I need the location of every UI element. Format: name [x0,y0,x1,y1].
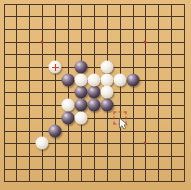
black-stone [74,99,87,112]
gomoku-board[interactable] [0,0,191,190]
grid-line-horizontal [4,42,186,43]
black-stone [74,61,87,74]
grid-line-horizontal [4,143,186,144]
selection-box [113,111,126,124]
grid-line-horizontal [4,67,186,68]
white-stone [87,73,100,86]
grid-line-vertical [133,4,134,183]
star-point [144,40,147,43]
white-stone [113,73,126,86]
grid-line-horizontal [4,169,186,170]
white-stone [100,73,113,86]
black-stone [62,111,75,124]
grid-line-horizontal [4,4,186,5]
grid-line-horizontal [4,181,186,182]
grid-line-horizontal [4,156,186,157]
hand-cursor-icon [113,111,126,124]
star-point [144,142,147,145]
grid-line-vertical [120,4,121,183]
grid-line-vertical [145,4,146,183]
grid-line-vertical [68,4,69,183]
grid-line-vertical [158,4,159,183]
grid-line-horizontal [4,29,186,30]
white-stone [49,61,62,74]
grid-line-vertical [184,4,185,183]
grid-line-vertical [29,4,30,183]
black-stone [87,86,100,99]
white-stone [62,99,75,112]
white-stone [74,111,87,124]
grid-line-vertical [4,4,5,183]
grid-line-vertical [42,4,43,183]
grid-line-vertical [55,4,56,183]
pointer-arrow-icon [118,117,128,129]
grid-line-horizontal [4,54,186,55]
grid-line-horizontal [4,16,186,17]
white-stone [100,86,113,99]
white-stone [74,73,87,86]
grid-line-horizontal [4,118,186,119]
black-stone [100,99,113,112]
black-stone [87,99,100,112]
grid-line-vertical [171,4,172,183]
grid-line-horizontal [4,131,186,132]
grid-line-vertical [16,4,17,183]
last-move-cross-marker [52,64,59,71]
star-point [41,40,44,43]
white-stone [100,61,113,74]
black-stone [126,73,139,86]
black-stone [62,73,75,86]
black-stone [74,86,87,99]
white-stone [36,137,49,150]
black-stone [49,124,62,137]
